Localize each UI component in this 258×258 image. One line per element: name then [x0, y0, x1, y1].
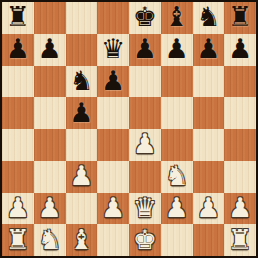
white-rook-icon[interactable]: ♜: [228, 226, 252, 253]
square-a4[interactable]: [2, 129, 34, 161]
square-f3[interactable]: ♞: [161, 161, 193, 193]
square-d4[interactable]: [97, 129, 129, 161]
square-g7[interactable]: ♟: [193, 34, 225, 66]
black-pawn-icon[interactable]: ♟: [69, 99, 93, 126]
square-d3[interactable]: [97, 161, 129, 193]
square-e8[interactable]: ♚: [129, 2, 161, 34]
white-pawn-icon[interactable]: ♟: [165, 194, 189, 221]
square-d6[interactable]: ♟: [97, 66, 129, 98]
square-d8[interactable]: [97, 2, 129, 34]
square-c4[interactable]: [66, 129, 98, 161]
square-a1[interactable]: ♜: [2, 224, 34, 256]
black-knight-icon[interactable]: ♞: [69, 67, 93, 94]
square-c1[interactable]: ♝: [66, 224, 98, 256]
white-pawn-icon[interactable]: ♟: [196, 194, 220, 221]
white-queen-icon[interactable]: ♛: [133, 194, 157, 221]
square-a7[interactable]: ♟: [2, 34, 34, 66]
square-b2[interactable]: ♟: [34, 193, 66, 225]
square-d2[interactable]: ♟: [97, 193, 129, 225]
square-h4[interactable]: [224, 129, 256, 161]
square-b6[interactable]: [34, 66, 66, 98]
square-e4[interactable]: ♟: [129, 129, 161, 161]
square-c7[interactable]: [66, 34, 98, 66]
square-d5[interactable]: [97, 97, 129, 129]
square-b1[interactable]: ♞: [34, 224, 66, 256]
white-pawn-icon[interactable]: ♟: [228, 194, 252, 221]
square-g4[interactable]: [193, 129, 225, 161]
white-rook-icon[interactable]: ♜: [6, 226, 30, 253]
white-knight-icon[interactable]: ♞: [165, 162, 189, 189]
board-frame: ♜♚♝♞♜♟♟♛♟♟♟♟♞♟♟♟♟♞♟♟♟♛♟♟♟♜♞♝♚♜: [0, 0, 258, 258]
black-rook-icon[interactable]: ♜: [228, 3, 252, 30]
white-knight-icon[interactable]: ♞: [38, 226, 62, 253]
square-h5[interactable]: [224, 97, 256, 129]
square-c3[interactable]: ♟: [66, 161, 98, 193]
square-b5[interactable]: [34, 97, 66, 129]
square-f7[interactable]: ♟: [161, 34, 193, 66]
white-pawn-icon[interactable]: ♟: [69, 162, 93, 189]
square-f6[interactable]: [161, 66, 193, 98]
square-b7[interactable]: ♟: [34, 34, 66, 66]
square-h8[interactable]: ♜: [224, 2, 256, 34]
square-e2[interactable]: ♛: [129, 193, 161, 225]
black-pawn-icon[interactable]: ♟: [38, 35, 62, 62]
square-b4[interactable]: [34, 129, 66, 161]
black-pawn-icon[interactable]: ♟: [133, 35, 157, 62]
square-g2[interactable]: ♟: [193, 193, 225, 225]
black-king-icon[interactable]: ♚: [133, 3, 157, 30]
square-a5[interactable]: [2, 97, 34, 129]
square-a8[interactable]: ♜: [2, 2, 34, 34]
black-pawn-icon[interactable]: ♟: [228, 35, 252, 62]
square-e7[interactable]: ♟: [129, 34, 161, 66]
square-f8[interactable]: ♝: [161, 2, 193, 34]
square-d1[interactable]: [97, 224, 129, 256]
square-g3[interactable]: [193, 161, 225, 193]
square-g6[interactable]: [193, 66, 225, 98]
square-c8[interactable]: [66, 2, 98, 34]
black-rook-icon[interactable]: ♜: [6, 3, 30, 30]
black-pawn-icon[interactable]: ♟: [196, 35, 220, 62]
square-e3[interactable]: [129, 161, 161, 193]
square-b3[interactable]: [34, 161, 66, 193]
square-b8[interactable]: [34, 2, 66, 34]
square-g8[interactable]: ♞: [193, 2, 225, 34]
white-pawn-icon[interactable]: ♟: [133, 130, 157, 157]
square-c5[interactable]: ♟: [66, 97, 98, 129]
black-pawn-icon[interactable]: ♟: [6, 35, 30, 62]
white-pawn-icon[interactable]: ♟: [6, 194, 30, 221]
square-a3[interactable]: [2, 161, 34, 193]
square-f2[interactable]: ♟: [161, 193, 193, 225]
square-h7[interactable]: ♟: [224, 34, 256, 66]
square-d7[interactable]: ♛: [97, 34, 129, 66]
white-king-icon[interactable]: ♚: [133, 226, 157, 253]
square-a6[interactable]: [2, 66, 34, 98]
black-bishop-icon[interactable]: ♝: [165, 3, 189, 30]
square-f5[interactable]: [161, 97, 193, 129]
square-g1[interactable]: [193, 224, 225, 256]
white-bishop-icon[interactable]: ♝: [69, 226, 93, 253]
square-f1[interactable]: [161, 224, 193, 256]
square-h1[interactable]: ♜: [224, 224, 256, 256]
square-h6[interactable]: [224, 66, 256, 98]
square-e5[interactable]: [129, 97, 161, 129]
white-pawn-icon[interactable]: ♟: [38, 194, 62, 221]
square-e6[interactable]: [129, 66, 161, 98]
black-pawn-icon[interactable]: ♟: [101, 67, 125, 94]
black-knight-icon[interactable]: ♞: [196, 3, 220, 30]
square-a2[interactable]: ♟: [2, 193, 34, 225]
square-f4[interactable]: [161, 129, 193, 161]
chess-board: ♜♚♝♞♜♟♟♛♟♟♟♟♞♟♟♟♟♞♟♟♟♛♟♟♟♜♞♝♚♜: [2, 2, 256, 256]
square-g5[interactable]: [193, 97, 225, 129]
white-pawn-icon[interactable]: ♟: [101, 194, 125, 221]
black-pawn-icon[interactable]: ♟: [165, 35, 189, 62]
square-h3[interactable]: [224, 161, 256, 193]
square-c2[interactable]: [66, 193, 98, 225]
square-e1[interactable]: ♚: [129, 224, 161, 256]
square-c6[interactable]: ♞: [66, 66, 98, 98]
square-h2[interactable]: ♟: [224, 193, 256, 225]
black-queen-icon[interactable]: ♛: [101, 35, 125, 62]
